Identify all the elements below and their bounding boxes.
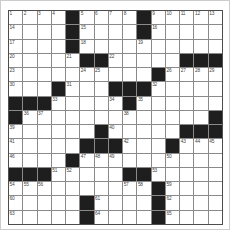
- clue-number: 26: [166, 68, 171, 73]
- cell-r12c15[interactable]: [209, 168, 222, 181]
- cell-r13c1[interactable]: 54: [9, 182, 22, 195]
- clue-number: 48: [95, 154, 100, 159]
- cell-r9c11[interactable]: [152, 125, 165, 138]
- clue-number: 33: [52, 97, 57, 102]
- cell-r9c9[interactable]: [123, 125, 136, 138]
- cell-r13c7[interactable]: [95, 182, 108, 195]
- cell-r13c9[interactable]: 57: [123, 182, 136, 195]
- cell-r7c11[interactable]: [152, 97, 165, 110]
- black-cell-r12c3: [38, 168, 51, 181]
- cell-r14c10[interactable]: [137, 196, 150, 209]
- cell-r2c13[interactable]: [180, 25, 193, 38]
- cell-r15c12[interactable]: 65: [166, 211, 179, 224]
- cell-r6c11[interactable]: 32: [152, 82, 165, 95]
- clue-number: 41: [10, 139, 15, 144]
- cell-r10c13[interactable]: 43: [180, 139, 193, 152]
- black-cell-r5c11: [152, 68, 165, 81]
- clue-number: 46: [10, 154, 15, 159]
- cell-r9c4[interactable]: [52, 125, 65, 138]
- cell-r8c14[interactable]: [194, 111, 207, 124]
- clue-number: 60: [10, 196, 15, 201]
- cell-r14c2[interactable]: [23, 196, 36, 209]
- cell-r5c15[interactable]: 29: [209, 68, 222, 81]
- cell-r4c11[interactable]: [152, 54, 165, 67]
- black-cell-r13c11: [152, 182, 165, 195]
- cell-r4c1[interactable]: 20: [9, 54, 22, 67]
- cell-r9c10[interactable]: [137, 125, 150, 138]
- cell-r13c4[interactable]: [52, 182, 65, 195]
- cell-r11c10[interactable]: [137, 154, 150, 167]
- cell-r7c14[interactable]: [194, 97, 207, 110]
- cell-r12c5[interactable]: 52: [66, 168, 79, 181]
- cell-r11c8[interactable]: 49: [109, 154, 122, 167]
- black-cell-r4c14: [194, 54, 207, 67]
- cell-r9c2[interactable]: [23, 125, 36, 138]
- cell-r3c6[interactable]: 18: [80, 40, 93, 53]
- cell-r2c7[interactable]: [95, 25, 108, 38]
- clue-number: 59: [166, 182, 171, 187]
- black-cell-r3c5: [66, 40, 79, 53]
- cell-r15c14[interactable]: [194, 211, 207, 224]
- cell-r10c5[interactable]: [66, 139, 79, 152]
- cell-r2c15[interactable]: [209, 25, 222, 38]
- cell-r9c5[interactable]: [66, 125, 79, 138]
- cell-r13c3[interactable]: 56: [38, 182, 51, 195]
- black-cell-r9c15: [209, 125, 222, 138]
- cell-r3c8[interactable]: [109, 40, 122, 53]
- black-cell-r2c5: [66, 25, 79, 38]
- cell-r1c1[interactable]: 1: [9, 11, 22, 24]
- cell-r12c12[interactable]: [166, 168, 179, 181]
- cell-r1c3[interactable]: 3: [38, 11, 51, 24]
- cell-r3c2[interactable]: [23, 40, 36, 53]
- cell-r4c3[interactable]: [38, 54, 51, 67]
- cell-r9c12[interactable]: [166, 125, 179, 138]
- clue-number: 28: [195, 68, 200, 73]
- black-cell-r6c8: [109, 82, 122, 95]
- cell-r9c6[interactable]: [80, 125, 93, 138]
- cell-r4c4[interactable]: [52, 54, 65, 67]
- cell-r6c15[interactable]: [209, 82, 222, 95]
- clue-number: 52: [67, 168, 72, 173]
- cell-r4c8[interactable]: 22: [109, 54, 122, 67]
- cell-r14c13[interactable]: [180, 196, 193, 209]
- cell-r6c2[interactable]: [23, 82, 36, 95]
- cell-r5c10[interactable]: [137, 68, 150, 81]
- cell-r10c10[interactable]: [137, 139, 150, 152]
- cell-r1c12[interactable]: 10: [166, 11, 179, 24]
- cell-r13c10[interactable]: 58: [137, 182, 150, 195]
- cell-r8c4[interactable]: [52, 111, 65, 124]
- clue-number: 57: [124, 182, 129, 187]
- black-cell-r15c6: [80, 211, 93, 224]
- clue-number: 58: [138, 182, 143, 187]
- cell-r2c4[interactable]: [52, 25, 65, 38]
- cell-r1c8[interactable]: 7: [109, 11, 122, 24]
- cell-r8c3[interactable]: 37: [38, 111, 51, 124]
- cell-r5c4[interactable]: [52, 68, 65, 81]
- cell-r7c7[interactable]: [95, 97, 108, 110]
- cell-r2c9[interactable]: [123, 25, 136, 38]
- cell-r5c1[interactable]: 23: [9, 68, 22, 81]
- cell-r8c13[interactable]: [180, 111, 193, 124]
- cell-r13c6[interactable]: [80, 182, 93, 195]
- cell-r13c12[interactable]: 59: [166, 182, 179, 195]
- cell-r10c4[interactable]: [52, 139, 65, 152]
- black-cell-r4c13: [180, 54, 193, 67]
- cell-r9c8[interactable]: 40: [109, 125, 122, 138]
- cell-r5c5[interactable]: [66, 68, 79, 81]
- cell-r6c13[interactable]: [180, 82, 193, 95]
- clue-number: 23: [10, 68, 15, 73]
- cell-r2c2[interactable]: [23, 25, 36, 38]
- cell-r2c14[interactable]: [194, 25, 207, 38]
- cell-r3c1[interactable]: 17: [9, 40, 22, 53]
- cell-r4c12[interactable]: [166, 54, 179, 67]
- black-cell-r12c1: [9, 168, 22, 181]
- cell-r6c14[interactable]: [194, 82, 207, 95]
- clue-number: 21: [67, 54, 72, 59]
- cell-r14c5[interactable]: [66, 196, 79, 209]
- cell-r15c8[interactable]: [109, 211, 122, 224]
- cell-r2c11[interactable]: 16: [152, 25, 165, 38]
- clue-number: 50: [166, 154, 171, 159]
- black-cell-r10c12: [166, 139, 179, 152]
- cell-r8c6[interactable]: [80, 111, 93, 124]
- clue-number: 5: [81, 11, 83, 16]
- cell-r14c15[interactable]: [209, 196, 222, 209]
- cell-r14c3[interactable]: [38, 196, 51, 209]
- black-cell-r10c7: [95, 139, 108, 152]
- cell-r13c5[interactable]: [66, 182, 79, 195]
- clue-number: 18: [81, 40, 86, 45]
- clue-number: 42: [124, 139, 129, 144]
- clue-number: 61: [95, 196, 100, 201]
- black-cell-r15c11: [152, 211, 165, 224]
- cell-r11c12[interactable]: 50: [166, 154, 179, 167]
- black-cell-r6c9: [123, 82, 136, 95]
- cell-r1c13[interactable]: 11: [180, 11, 193, 24]
- clue-number: 35: [138, 97, 143, 102]
- cell-r10c9[interactable]: 42: [123, 139, 136, 152]
- cell-r10c1[interactable]: 41: [9, 139, 22, 152]
- cell-r14c4[interactable]: [52, 196, 65, 209]
- cell-r4c2[interactable]: [23, 54, 36, 67]
- clue-number: 38: [124, 111, 129, 116]
- clue-number: 13: [209, 11, 214, 16]
- cell-r5c3[interactable]: [38, 68, 51, 81]
- cell-r3c12[interactable]: [166, 40, 179, 53]
- clue-number: 17: [10, 40, 15, 45]
- cell-r5c12[interactable]: 26: [166, 68, 179, 81]
- clue-number: 22: [109, 54, 114, 59]
- clue-number: 14: [10, 25, 15, 30]
- cell-r12c7[interactable]: [95, 168, 108, 181]
- cell-r7c5[interactable]: [66, 97, 79, 110]
- cell-r15c7[interactable]: 64: [95, 211, 108, 224]
- cell-r13c13[interactable]: [180, 182, 193, 195]
- clue-number: 19: [138, 40, 143, 45]
- cell-r12c14[interactable]: [194, 168, 207, 181]
- black-cell-r1c10: [137, 11, 150, 24]
- clue-number: 32: [152, 82, 157, 87]
- clue-number: 36: [24, 111, 29, 116]
- cell-r3c14[interactable]: [194, 40, 207, 53]
- black-cell-r7c9: [123, 97, 136, 110]
- black-cell-r6c10: [137, 82, 150, 95]
- cell-r2c8[interactable]: [109, 25, 122, 38]
- black-cell-r9c7: [95, 125, 108, 138]
- black-cell-r6c4: [52, 82, 65, 95]
- clue-number: 40: [109, 125, 114, 130]
- clue-number: 1: [10, 11, 12, 16]
- cell-r5c14[interactable]: 28: [194, 68, 207, 81]
- clue-number: 11: [181, 11, 186, 16]
- cell-r14c12[interactable]: 62: [166, 196, 179, 209]
- black-cell-r4c15: [209, 54, 222, 67]
- cell-r11c13[interactable]: [180, 154, 193, 167]
- clue-number: 54: [10, 182, 15, 187]
- cell-r3c10[interactable]: 19: [137, 40, 150, 53]
- cell-r4c5[interactable]: 21: [66, 54, 79, 67]
- clue-number: 25: [95, 68, 100, 73]
- clue-number: 39: [10, 125, 15, 130]
- cell-r1c9[interactable]: 8: [123, 11, 136, 24]
- cell-r7c10[interactable]: 35: [137, 97, 150, 110]
- clue-number: 31: [67, 82, 72, 87]
- cell-r6c12[interactable]: [166, 82, 179, 95]
- cell-r14c14[interactable]: [194, 196, 207, 209]
- cell-r11c3[interactable]: [38, 154, 51, 167]
- cell-r13c15[interactable]: [209, 182, 222, 195]
- clue-number: 43: [181, 139, 186, 144]
- cell-r12c13[interactable]: [180, 168, 193, 181]
- cell-r7c15[interactable]: [209, 97, 222, 110]
- cell-r14c9[interactable]: [123, 196, 136, 209]
- clue-number: 44: [195, 139, 200, 144]
- cell-r6c6[interactable]: [80, 82, 93, 95]
- cell-r1c15[interactable]: 13: [209, 11, 222, 24]
- black-cell-r14c6: [80, 196, 93, 209]
- clue-number: 6: [95, 11, 97, 16]
- cell-r5c9[interactable]: [123, 68, 136, 81]
- black-cell-r14c11: [152, 196, 165, 209]
- black-cell-r2c10: [137, 25, 150, 38]
- clue-number: 4: [52, 11, 54, 16]
- cell-r10c11[interactable]: [152, 139, 165, 152]
- cell-r7c8[interactable]: 34: [109, 97, 122, 110]
- clue-number: 62: [166, 196, 171, 201]
- clue-number: 63: [10, 211, 15, 216]
- cell-r1c7[interactable]: 6: [95, 11, 108, 24]
- cell-r13c2[interactable]: 55: [23, 182, 36, 195]
- cell-r1c14[interactable]: 12: [194, 11, 207, 24]
- cell-r5c7[interactable]: 25: [95, 68, 108, 81]
- cell-r7c13[interactable]: [180, 97, 193, 110]
- clue-number: 53: [152, 168, 157, 173]
- clue-number: 49: [109, 154, 114, 159]
- clue-number: 51: [52, 168, 57, 173]
- cell-r8c9[interactable]: 38: [123, 111, 136, 124]
- cell-r15c2[interactable]: [23, 211, 36, 224]
- cell-r9c1[interactable]: 39: [9, 125, 22, 138]
- clue-number: 65: [166, 211, 171, 216]
- cell-r1c11[interactable]: 9: [152, 11, 165, 24]
- cell-r4c9[interactable]: [123, 54, 136, 67]
- clue-number: 7: [109, 11, 111, 16]
- cell-r5c8[interactable]: [109, 68, 122, 81]
- black-cell-r1c5: [66, 11, 79, 24]
- clue-number: 30: [10, 82, 15, 87]
- black-cell-r9c13: [180, 125, 193, 138]
- clue-number: 29: [209, 68, 214, 73]
- cell-r7c6[interactable]: [80, 97, 93, 110]
- clue-number: 9: [152, 11, 154, 16]
- cell-r7c4[interactable]: 33: [52, 97, 65, 110]
- cell-r12c6[interactable]: [80, 168, 93, 181]
- clue-number: 34: [109, 97, 114, 102]
- cell-r8c10[interactable]: [137, 111, 150, 124]
- clue-number: 55: [24, 182, 29, 187]
- black-cell-r8c1: [9, 111, 22, 124]
- cell-r8c11[interactable]: [152, 111, 165, 124]
- clue-number: 12: [195, 11, 200, 16]
- cell-r11c1[interactable]: 46: [9, 154, 22, 167]
- cell-r10c3[interactable]: [38, 139, 51, 152]
- cell-r11c2[interactable]: [23, 154, 36, 167]
- cell-r8c2[interactable]: 36: [23, 111, 36, 124]
- cell-r11c7[interactable]: 48: [95, 154, 108, 167]
- cell-r12c8[interactable]: [109, 168, 122, 181]
- cell-r2c1[interactable]: 14: [9, 25, 22, 38]
- cell-r14c1[interactable]: 60: [9, 196, 22, 209]
- cell-r2c12[interactable]: [166, 25, 179, 38]
- cell-r3c4[interactable]: [52, 40, 65, 53]
- black-cell-r7c1: [9, 97, 22, 110]
- cell-r15c15[interactable]: [209, 211, 222, 224]
- cell-r15c9[interactable]: [123, 211, 136, 224]
- black-cell-r9c14: [194, 125, 207, 138]
- cell-r6c5[interactable]: 31: [66, 82, 79, 95]
- black-cell-r4c7: [95, 54, 108, 67]
- black-cell-r12c2: [23, 168, 36, 181]
- black-cell-r12c9: [123, 168, 136, 181]
- black-cell-r11c5: [66, 154, 79, 167]
- clue-number: 8: [124, 11, 126, 16]
- cell-r3c11[interactable]: [152, 40, 165, 53]
- black-cell-r7c3: [38, 97, 51, 110]
- cell-r11c11[interactable]: [152, 154, 165, 167]
- clue-number: 16: [152, 25, 157, 30]
- cell-r13c14[interactable]: [194, 182, 207, 195]
- cell-r3c13[interactable]: [180, 40, 193, 53]
- clue-number: 24: [81, 68, 86, 73]
- cell-r11c14[interactable]: [194, 154, 207, 167]
- clue-number: 10: [166, 11, 171, 16]
- cell-r12c11[interactable]: 53: [152, 168, 165, 181]
- crossword-grid: 1234567891011121314151617181920212223242…: [8, 10, 223, 225]
- clue-number: 64: [95, 211, 100, 216]
- cell-r11c6[interactable]: 47: [80, 154, 93, 167]
- cell-r15c3[interactable]: [38, 211, 51, 224]
- cell-r3c7[interactable]: [95, 40, 108, 53]
- cell-r15c4[interactable]: [52, 211, 65, 224]
- cell-r7c12[interactable]: [166, 97, 179, 110]
- cell-r8c8[interactable]: [109, 111, 122, 124]
- cell-r15c1[interactable]: 63: [9, 211, 22, 224]
- cell-r10c2[interactable]: [23, 139, 36, 152]
- clue-number: 15: [81, 25, 86, 30]
- cell-r5c13[interactable]: 27: [180, 68, 193, 81]
- black-cell-r10c8: [109, 139, 122, 152]
- cell-r3c3[interactable]: [38, 40, 51, 53]
- clue-number: 47: [81, 154, 86, 159]
- cell-r3c15[interactable]: [209, 40, 222, 53]
- black-cell-r4c6: [80, 54, 93, 67]
- cell-r1c6[interactable]: 5: [80, 11, 93, 24]
- clue-number: 27: [181, 68, 186, 73]
- clue-number: 45: [209, 139, 214, 144]
- cell-r1c4[interactable]: 4: [52, 11, 65, 24]
- cell-r15c10[interactable]: [137, 211, 150, 224]
- cell-r8c7[interactable]: [95, 111, 108, 124]
- black-cell-r7c2: [23, 97, 36, 110]
- cell-r8c12[interactable]: [166, 111, 179, 124]
- cell-r6c1[interactable]: 30: [9, 82, 22, 95]
- cell-r2c6[interactable]: 15: [80, 25, 93, 38]
- cell-r6c7[interactable]: [95, 82, 108, 95]
- cell-r6c3[interactable]: [38, 82, 51, 95]
- clue-number: 3: [38, 11, 40, 16]
- cell-r3c9[interactable]: [123, 40, 136, 53]
- cell-r11c15[interactable]: [209, 154, 222, 167]
- cell-r13c8[interactable]: [109, 182, 122, 195]
- cell-r4c10[interactable]: [137, 54, 150, 67]
- clue-number: 2: [24, 11, 26, 16]
- cell-r14c8[interactable]: [109, 196, 122, 209]
- cell-r15c13[interactable]: [180, 211, 193, 224]
- cell-r11c4[interactable]: [52, 154, 65, 167]
- cell-r2c3[interactable]: [38, 25, 51, 38]
- cell-r9c3[interactable]: [38, 125, 51, 138]
- cell-r8c5[interactable]: [66, 111, 79, 124]
- cell-r10c15[interactable]: 45: [209, 139, 222, 152]
- clue-number: 20: [10, 54, 15, 59]
- cell-r1c2[interactable]: 2: [23, 11, 36, 24]
- cell-r10c14[interactable]: 44: [194, 139, 207, 152]
- black-cell-r12c10: [137, 168, 150, 181]
- cell-r12c4[interactable]: 51: [52, 168, 65, 181]
- cell-r11c9[interactable]: [123, 154, 136, 167]
- cell-r5c2[interactable]: [23, 68, 36, 81]
- black-cell-r10c6: [80, 139, 93, 152]
- cell-r14c7[interactable]: 61: [95, 196, 108, 209]
- cell-r5c6[interactable]: 24: [80, 68, 93, 81]
- clue-number: 56: [38, 182, 43, 187]
- black-cell-r8c15: [209, 111, 222, 124]
- cell-r15c5[interactable]: [66, 211, 79, 224]
- clue-number: 37: [38, 111, 43, 116]
